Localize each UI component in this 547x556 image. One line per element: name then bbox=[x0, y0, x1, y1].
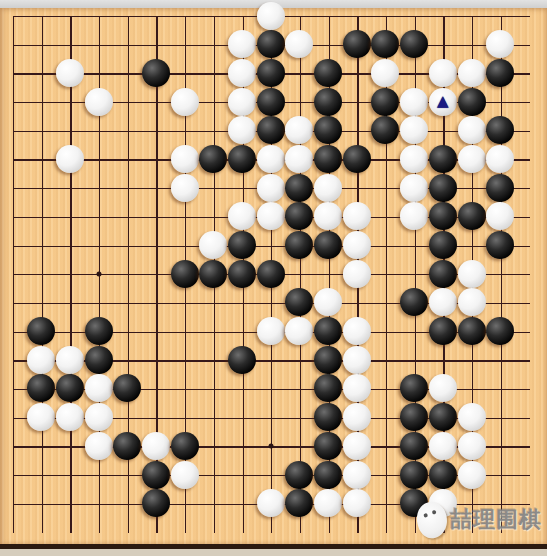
board-cell[interactable] bbox=[27, 1, 56, 30]
board-cell[interactable] bbox=[314, 259, 343, 288]
white-stone[interactable] bbox=[142, 432, 170, 460]
board-cell[interactable] bbox=[342, 145, 371, 174]
board-cell[interactable] bbox=[371, 202, 400, 231]
board-cell[interactable] bbox=[84, 59, 113, 88]
board-cell[interactable] bbox=[428, 288, 457, 317]
white-stone[interactable] bbox=[257, 317, 285, 345]
board-cell[interactable] bbox=[342, 431, 371, 460]
board-cell[interactable] bbox=[56, 345, 85, 374]
board-cell[interactable] bbox=[27, 116, 56, 145]
board-cell[interactable] bbox=[0, 87, 27, 116]
board-cell[interactable] bbox=[0, 231, 27, 260]
board-cell[interactable] bbox=[0, 288, 27, 317]
board-cell[interactable] bbox=[256, 460, 285, 489]
white-stone[interactable] bbox=[458, 116, 486, 144]
board-cell[interactable] bbox=[170, 403, 199, 432]
board-cell[interactable] bbox=[0, 259, 27, 288]
board-cell[interactable] bbox=[342, 87, 371, 116]
board-cell[interactable] bbox=[486, 173, 515, 202]
board-cell[interactable] bbox=[199, 87, 228, 116]
board-cell[interactable] bbox=[256, 173, 285, 202]
board-cell[interactable] bbox=[84, 317, 113, 346]
board-cell[interactable] bbox=[142, 116, 171, 145]
board-cell[interactable] bbox=[400, 1, 429, 30]
board-cell[interactable] bbox=[142, 173, 171, 202]
board-cell[interactable] bbox=[457, 259, 486, 288]
board-cell[interactable] bbox=[486, 87, 515, 116]
board-cell[interactable] bbox=[0, 431, 27, 460]
board-cell[interactable] bbox=[84, 288, 113, 317]
board-cell[interactable] bbox=[27, 173, 56, 202]
board-cell[interactable] bbox=[84, 173, 113, 202]
board-cell[interactable] bbox=[199, 431, 228, 460]
board-cell[interactable] bbox=[0, 116, 27, 145]
white-stone[interactable] bbox=[56, 59, 84, 87]
board-cell[interactable] bbox=[285, 518, 314, 547]
board-cell[interactable] bbox=[170, 489, 199, 518]
board-cell[interactable] bbox=[256, 317, 285, 346]
black-stone[interactable] bbox=[400, 374, 428, 402]
board-cell[interactable] bbox=[428, 374, 457, 403]
board-cell[interactable] bbox=[428, 202, 457, 231]
board-cell[interactable] bbox=[457, 145, 486, 174]
board-cell[interactable] bbox=[285, 202, 314, 231]
board-cell[interactable] bbox=[314, 489, 343, 518]
board-cell[interactable] bbox=[256, 489, 285, 518]
white-stone[interactable] bbox=[400, 116, 428, 144]
board-cell[interactable] bbox=[170, 145, 199, 174]
board-cell[interactable] bbox=[486, 59, 515, 88]
board-cell[interactable] bbox=[142, 87, 171, 116]
board-cell[interactable] bbox=[400, 173, 429, 202]
white-stone[interactable] bbox=[56, 346, 84, 374]
board-cell[interactable] bbox=[228, 231, 257, 260]
board-cell[interactable] bbox=[27, 431, 56, 460]
board-cell[interactable] bbox=[113, 259, 142, 288]
board-cell[interactable] bbox=[400, 431, 429, 460]
board-cell[interactable] bbox=[84, 403, 113, 432]
board-cell[interactable] bbox=[56, 518, 85, 547]
board-cell[interactable] bbox=[314, 59, 343, 88]
board-cell[interactable] bbox=[199, 59, 228, 88]
black-stone[interactable] bbox=[458, 202, 486, 230]
board-cell[interactable] bbox=[228, 374, 257, 403]
board-cell[interactable] bbox=[170, 1, 199, 30]
white-stone[interactable] bbox=[458, 461, 486, 489]
black-stone[interactable] bbox=[371, 88, 399, 116]
black-stone[interactable] bbox=[429, 317, 457, 345]
board-cell[interactable] bbox=[199, 173, 228, 202]
board-cell[interactable] bbox=[342, 345, 371, 374]
board-cell[interactable] bbox=[0, 59, 27, 88]
black-stone[interactable] bbox=[257, 30, 285, 58]
board-cell[interactable] bbox=[285, 87, 314, 116]
board-cell[interactable] bbox=[285, 173, 314, 202]
white-stone[interactable] bbox=[458, 260, 486, 288]
board-cell[interactable] bbox=[457, 87, 486, 116]
white-stone[interactable] bbox=[458, 145, 486, 173]
board-cell[interactable] bbox=[371, 116, 400, 145]
board-cell[interactable] bbox=[228, 518, 257, 547]
white-stone[interactable] bbox=[199, 231, 227, 259]
board-cell[interactable] bbox=[342, 518, 371, 547]
black-stone[interactable] bbox=[314, 374, 342, 402]
board-cell[interactable] bbox=[27, 518, 56, 547]
black-stone[interactable] bbox=[228, 145, 256, 173]
white-stone[interactable] bbox=[458, 432, 486, 460]
board-cell[interactable] bbox=[84, 345, 113, 374]
board-cell[interactable] bbox=[342, 202, 371, 231]
white-stone[interactable] bbox=[343, 202, 371, 230]
white-stone[interactable] bbox=[257, 2, 285, 30]
board-cell[interactable] bbox=[142, 460, 171, 489]
board-cell[interactable] bbox=[56, 202, 85, 231]
board-cell[interactable] bbox=[0, 317, 27, 346]
board-cell[interactable] bbox=[256, 374, 285, 403]
black-stone[interactable] bbox=[171, 260, 199, 288]
board-cell[interactable] bbox=[400, 345, 429, 374]
board-cell[interactable] bbox=[342, 259, 371, 288]
board-cell[interactable] bbox=[84, 489, 113, 518]
board-cell[interactable] bbox=[113, 116, 142, 145]
black-stone[interactable] bbox=[371, 116, 399, 144]
white-stone[interactable] bbox=[343, 374, 371, 402]
black-stone[interactable] bbox=[257, 88, 285, 116]
board-cell[interactable] bbox=[84, 202, 113, 231]
board-cell[interactable] bbox=[199, 116, 228, 145]
board-cell[interactable] bbox=[170, 431, 199, 460]
white-stone[interactable] bbox=[400, 174, 428, 202]
black-stone[interactable] bbox=[429, 202, 457, 230]
board-cell[interactable] bbox=[170, 202, 199, 231]
board-cell[interactable] bbox=[27, 231, 56, 260]
board-cell[interactable] bbox=[199, 345, 228, 374]
board-cell[interactable] bbox=[56, 173, 85, 202]
board-cell[interactable] bbox=[199, 288, 228, 317]
white-stone[interactable] bbox=[486, 30, 514, 58]
board-cell[interactable] bbox=[342, 173, 371, 202]
board-cell[interactable] bbox=[428, 345, 457, 374]
board-cell[interactable] bbox=[228, 431, 257, 460]
black-stone[interactable] bbox=[314, 231, 342, 259]
board-cell[interactable] bbox=[371, 489, 400, 518]
board-cell[interactable] bbox=[170, 231, 199, 260]
board-cell[interactable] bbox=[84, 460, 113, 489]
black-stone[interactable] bbox=[400, 403, 428, 431]
board-cell[interactable] bbox=[142, 288, 171, 317]
board-cell[interactable] bbox=[170, 30, 199, 59]
board-cell[interactable] bbox=[314, 173, 343, 202]
board-cell[interactable] bbox=[285, 431, 314, 460]
board-cell[interactable] bbox=[486, 259, 515, 288]
board-cell[interactable] bbox=[0, 173, 27, 202]
board-cell[interactable] bbox=[199, 460, 228, 489]
board-cell[interactable] bbox=[285, 259, 314, 288]
board-cell[interactable] bbox=[113, 87, 142, 116]
board-cell[interactable] bbox=[515, 87, 544, 116]
board-cell[interactable] bbox=[342, 30, 371, 59]
black-stone[interactable] bbox=[257, 59, 285, 87]
black-stone[interactable] bbox=[429, 231, 457, 259]
board-cell[interactable] bbox=[84, 116, 113, 145]
board-cell[interactable] bbox=[142, 30, 171, 59]
black-stone[interactable] bbox=[486, 59, 514, 87]
board-cell[interactable] bbox=[342, 288, 371, 317]
black-stone[interactable] bbox=[113, 374, 141, 402]
board-cell[interactable] bbox=[457, 173, 486, 202]
board-cell[interactable] bbox=[400, 30, 429, 59]
board-cell[interactable] bbox=[371, 317, 400, 346]
board-cell[interactable] bbox=[371, 87, 400, 116]
board-cell[interactable] bbox=[400, 59, 429, 88]
board-cell[interactable] bbox=[314, 518, 343, 547]
board-cell[interactable] bbox=[170, 259, 199, 288]
board-cell[interactable]: ▲ bbox=[428, 87, 457, 116]
black-stone[interactable] bbox=[314, 317, 342, 345]
white-stone[interactable] bbox=[85, 374, 113, 402]
board-cell[interactable] bbox=[0, 518, 27, 547]
white-stone[interactable] bbox=[85, 403, 113, 431]
black-stone[interactable] bbox=[171, 432, 199, 460]
board-cell[interactable] bbox=[428, 59, 457, 88]
white-stone[interactable] bbox=[171, 174, 199, 202]
board-cell[interactable] bbox=[314, 30, 343, 59]
board-cell[interactable] bbox=[285, 460, 314, 489]
board-cell[interactable] bbox=[228, 116, 257, 145]
white-stone[interactable] bbox=[458, 403, 486, 431]
white-stone[interactable] bbox=[458, 59, 486, 87]
board-cell[interactable] bbox=[486, 460, 515, 489]
board-cell[interactable] bbox=[371, 30, 400, 59]
board-cell[interactable] bbox=[285, 145, 314, 174]
board-cell[interactable] bbox=[256, 259, 285, 288]
board-cell[interactable] bbox=[486, 403, 515, 432]
board-cell[interactable] bbox=[142, 259, 171, 288]
board-cell[interactable] bbox=[56, 403, 85, 432]
white-stone[interactable] bbox=[27, 403, 55, 431]
board-cell[interactable] bbox=[342, 403, 371, 432]
black-stone[interactable] bbox=[429, 145, 457, 173]
board-cell[interactable] bbox=[314, 87, 343, 116]
board-cell[interactable] bbox=[371, 431, 400, 460]
board-cell[interactable] bbox=[113, 59, 142, 88]
board-cell[interactable] bbox=[0, 403, 27, 432]
black-stone[interactable] bbox=[314, 432, 342, 460]
board-cell[interactable] bbox=[314, 374, 343, 403]
board-cell[interactable] bbox=[314, 116, 343, 145]
black-stone[interactable] bbox=[285, 202, 313, 230]
board-cell[interactable] bbox=[256, 87, 285, 116]
white-stone[interactable] bbox=[257, 145, 285, 173]
board-cell[interactable] bbox=[285, 1, 314, 30]
black-stone[interactable] bbox=[314, 145, 342, 173]
black-stone[interactable] bbox=[56, 374, 84, 402]
board-cell[interactable] bbox=[400, 202, 429, 231]
board-cell[interactable] bbox=[0, 460, 27, 489]
white-stone[interactable] bbox=[85, 88, 113, 116]
board-cell[interactable] bbox=[515, 460, 544, 489]
go-board[interactable]: ▲ bbox=[0, 8, 547, 544]
board-cell[interactable] bbox=[56, 30, 85, 59]
board-cell[interactable] bbox=[371, 259, 400, 288]
board-cell[interactable] bbox=[428, 460, 457, 489]
board-cell[interactable] bbox=[371, 374, 400, 403]
board-cell[interactable] bbox=[56, 259, 85, 288]
board-cell[interactable] bbox=[256, 116, 285, 145]
board-cell[interactable] bbox=[27, 489, 56, 518]
board-cell[interactable] bbox=[314, 431, 343, 460]
board-cell[interactable] bbox=[228, 87, 257, 116]
board-cell[interactable] bbox=[84, 431, 113, 460]
board-cell[interactable] bbox=[486, 30, 515, 59]
white-stone[interactable] bbox=[228, 30, 256, 58]
board-cell[interactable] bbox=[113, 317, 142, 346]
board-cell[interactable] bbox=[314, 403, 343, 432]
board-cell[interactable] bbox=[56, 374, 85, 403]
white-stone[interactable] bbox=[171, 88, 199, 116]
board-cell[interactable] bbox=[228, 30, 257, 59]
board-cell[interactable] bbox=[371, 173, 400, 202]
board-cell[interactable] bbox=[228, 59, 257, 88]
white-stone[interactable] bbox=[458, 288, 486, 316]
board-cell[interactable] bbox=[515, 173, 544, 202]
board-cell[interactable] bbox=[228, 145, 257, 174]
board-cell[interactable] bbox=[27, 30, 56, 59]
board-cell[interactable] bbox=[342, 116, 371, 145]
board-cell[interactable] bbox=[56, 59, 85, 88]
white-stone[interactable] bbox=[343, 317, 371, 345]
board-cell[interactable] bbox=[428, 173, 457, 202]
board-cell[interactable] bbox=[457, 231, 486, 260]
board-cell[interactable] bbox=[27, 403, 56, 432]
board-cell[interactable] bbox=[314, 288, 343, 317]
board-cell[interactable] bbox=[342, 59, 371, 88]
board-cell[interactable] bbox=[256, 345, 285, 374]
board-cell[interactable] bbox=[314, 145, 343, 174]
go-board-grid[interactable]: ▲ bbox=[0, 1, 543, 546]
board-cell[interactable] bbox=[170, 345, 199, 374]
black-stone[interactable] bbox=[228, 231, 256, 259]
black-stone[interactable] bbox=[314, 403, 342, 431]
board-cell[interactable] bbox=[256, 288, 285, 317]
board-cell[interactable] bbox=[486, 202, 515, 231]
board-cell[interactable] bbox=[428, 145, 457, 174]
board-cell[interactable] bbox=[515, 374, 544, 403]
board-cell[interactable] bbox=[0, 1, 27, 30]
board-cell[interactable] bbox=[342, 374, 371, 403]
board-cell[interactable] bbox=[142, 403, 171, 432]
board-cell[interactable] bbox=[56, 288, 85, 317]
board-cell[interactable] bbox=[314, 1, 343, 30]
white-stone[interactable] bbox=[171, 145, 199, 173]
white-stone[interactable] bbox=[343, 432, 371, 460]
white-stone[interactable] bbox=[257, 489, 285, 517]
board-cell[interactable] bbox=[515, 30, 544, 59]
white-stone[interactable] bbox=[429, 432, 457, 460]
board-cell[interactable] bbox=[515, 116, 544, 145]
board-cell[interactable] bbox=[457, 460, 486, 489]
white-stone[interactable] bbox=[257, 202, 285, 230]
white-stone[interactable] bbox=[343, 403, 371, 431]
board-cell[interactable] bbox=[199, 317, 228, 346]
board-cell[interactable] bbox=[199, 374, 228, 403]
board-cell[interactable] bbox=[27, 87, 56, 116]
board-cell[interactable] bbox=[113, 202, 142, 231]
board-cell[interactable] bbox=[0, 202, 27, 231]
board-cell[interactable] bbox=[285, 231, 314, 260]
board-cell[interactable] bbox=[170, 317, 199, 346]
board-cell[interactable] bbox=[228, 489, 257, 518]
black-stone[interactable] bbox=[343, 30, 371, 58]
board-cell[interactable] bbox=[56, 460, 85, 489]
black-stone[interactable] bbox=[27, 317, 55, 345]
white-stone[interactable] bbox=[285, 145, 313, 173]
board-cell[interactable] bbox=[170, 460, 199, 489]
board-cell[interactable] bbox=[285, 317, 314, 346]
black-stone[interactable] bbox=[486, 317, 514, 345]
white-stone[interactable] bbox=[400, 145, 428, 173]
board-cell[interactable] bbox=[400, 374, 429, 403]
board-cell[interactable] bbox=[56, 431, 85, 460]
board-cell[interactable] bbox=[56, 116, 85, 145]
board-cell[interactable] bbox=[256, 518, 285, 547]
black-stone[interactable] bbox=[85, 317, 113, 345]
board-cell[interactable] bbox=[371, 145, 400, 174]
board-cell[interactable] bbox=[457, 431, 486, 460]
white-stone[interactable] bbox=[314, 288, 342, 316]
board-cell[interactable] bbox=[457, 374, 486, 403]
white-stone[interactable] bbox=[228, 59, 256, 87]
white-stone[interactable] bbox=[27, 346, 55, 374]
board-cell[interactable] bbox=[0, 374, 27, 403]
board-cell[interactable] bbox=[486, 345, 515, 374]
white-stone[interactable] bbox=[314, 174, 342, 202]
board-cell[interactable] bbox=[285, 345, 314, 374]
board-cell[interactable] bbox=[27, 317, 56, 346]
board-cell[interactable] bbox=[113, 489, 142, 518]
white-stone[interactable] bbox=[343, 231, 371, 259]
board-cell[interactable] bbox=[428, 403, 457, 432]
board-cell[interactable] bbox=[428, 1, 457, 30]
board-cell[interactable] bbox=[457, 30, 486, 59]
black-stone[interactable] bbox=[142, 489, 170, 517]
board-cell[interactable] bbox=[515, 345, 544, 374]
board-cell[interactable] bbox=[400, 87, 429, 116]
board-cell[interactable] bbox=[371, 231, 400, 260]
board-cell[interactable] bbox=[457, 116, 486, 145]
black-stone[interactable] bbox=[429, 461, 457, 489]
black-stone[interactable] bbox=[113, 432, 141, 460]
black-stone[interactable] bbox=[85, 346, 113, 374]
board-cell[interactable] bbox=[142, 489, 171, 518]
black-stone[interactable] bbox=[458, 317, 486, 345]
board-cell[interactable] bbox=[84, 145, 113, 174]
board-cell[interactable] bbox=[170, 59, 199, 88]
board-cell[interactable] bbox=[486, 145, 515, 174]
board-cell[interactable] bbox=[27, 259, 56, 288]
board-cell[interactable] bbox=[113, 460, 142, 489]
board-cell[interactable] bbox=[27, 145, 56, 174]
board-cell[interactable] bbox=[428, 231, 457, 260]
board-cell[interactable] bbox=[428, 30, 457, 59]
board-cell[interactable] bbox=[285, 30, 314, 59]
board-cell[interactable] bbox=[113, 1, 142, 30]
board-cell[interactable] bbox=[515, 145, 544, 174]
white-stone[interactable] bbox=[429, 374, 457, 402]
white-stone[interactable] bbox=[343, 489, 371, 517]
board-cell[interactable] bbox=[400, 145, 429, 174]
board-cell[interactable] bbox=[0, 345, 27, 374]
